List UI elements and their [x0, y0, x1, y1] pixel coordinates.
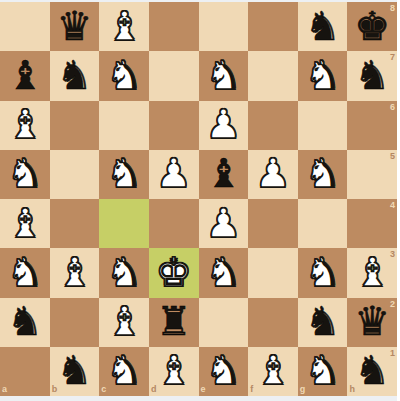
square-c1[interactable]: ♞c [99, 347, 149, 396]
square-c8[interactable]: ♝ [99, 2, 149, 51]
square-e2[interactable] [199, 298, 249, 347]
piece-black-knight[interactable]: ♞ [57, 350, 93, 390]
square-b5[interactable] [50, 150, 100, 199]
piece-black-knight[interactable]: ♞ [57, 55, 93, 95]
square-g6[interactable] [298, 101, 348, 150]
piece-white-knight[interactable]: ♞ [305, 350, 341, 390]
square-a2[interactable]: ♞ [0, 298, 50, 347]
piece-white-knight[interactable]: ♞ [305, 153, 341, 193]
coord-file-d: d [151, 385, 157, 394]
square-e6[interactable]: ♟ [199, 101, 249, 150]
piece-white-knight[interactable]: ♞ [7, 153, 43, 193]
piece-white-king[interactable]: ♚ [156, 252, 192, 292]
coord-rank-5: 5 [390, 152, 395, 161]
coord-file-h: h [349, 385, 355, 394]
chess-board: ♛♝♞♚8♝♞♞♞♞♞7♝♟6♞♞♟♝♟♞5♝♟4♞♝♞♚♞♞♝3♞♝♜♞♛2a… [0, 2, 397, 396]
coord-file-e: e [201, 385, 206, 394]
piece-white-knight[interactable]: ♞ [205, 55, 241, 95]
piece-white-knight[interactable]: ♞ [106, 153, 142, 193]
piece-white-bishop[interactable]: ♝ [57, 252, 93, 292]
square-d3[interactable]: ♚ [149, 248, 199, 297]
square-g8[interactable]: ♞ [298, 2, 348, 51]
square-h5[interactable]: 5 [347, 150, 397, 199]
square-f7[interactable] [248, 51, 298, 100]
piece-white-bishop[interactable]: ♝ [7, 203, 43, 243]
piece-black-knight[interactable]: ♞ [7, 301, 43, 341]
square-g7[interactable]: ♞ [298, 51, 348, 100]
square-b1[interactable]: ♞b [50, 347, 100, 396]
square-a7[interactable]: ♝ [0, 51, 50, 100]
piece-white-knight[interactable]: ♞ [305, 252, 341, 292]
square-g2[interactable]: ♞ [298, 298, 348, 347]
piece-white-bishop[interactable]: ♝ [106, 301, 142, 341]
piece-black-knight[interactable]: ♞ [354, 350, 390, 390]
coord-rank-1: 1 [390, 349, 395, 358]
square-f4[interactable] [248, 199, 298, 248]
square-g5[interactable]: ♞ [298, 150, 348, 199]
square-f5[interactable]: ♟ [248, 150, 298, 199]
square-d2[interactable]: ♜ [149, 298, 199, 347]
square-h4[interactable]: 4 [347, 199, 397, 248]
square-f6[interactable] [248, 101, 298, 150]
square-g3[interactable]: ♞ [298, 248, 348, 297]
square-a6[interactable]: ♝ [0, 101, 50, 150]
square-h7[interactable]: ♞7 [347, 51, 397, 100]
coord-file-b: b [52, 385, 58, 394]
square-h3[interactable]: ♝3 [347, 248, 397, 297]
coord-rank-3: 3 [390, 250, 395, 259]
square-d5[interactable]: ♟ [149, 150, 199, 199]
square-b4[interactable] [50, 199, 100, 248]
square-c5[interactable]: ♞ [99, 150, 149, 199]
square-b6[interactable] [50, 101, 100, 150]
square-f3[interactable] [248, 248, 298, 297]
piece-white-knight[interactable]: ♞ [205, 252, 241, 292]
piece-black-bishop[interactable]: ♝ [7, 55, 43, 95]
coord-file-a: a [2, 385, 7, 394]
square-c4[interactable] [99, 199, 149, 248]
square-a5[interactable]: ♞ [0, 150, 50, 199]
square-e7[interactable]: ♞ [199, 51, 249, 100]
coord-rank-4: 4 [390, 201, 395, 210]
piece-black-queen[interactable]: ♛ [57, 6, 93, 46]
square-e4[interactable]: ♟ [199, 199, 249, 248]
piece-white-pawn[interactable]: ♟ [156, 153, 192, 193]
square-d8[interactable] [149, 2, 199, 51]
piece-white-knight[interactable]: ♞ [205, 350, 241, 390]
square-d6[interactable] [149, 101, 199, 150]
square-c7[interactable]: ♞ [99, 51, 149, 100]
piece-white-bishop[interactable]: ♝ [7, 104, 43, 144]
piece-white-bishop[interactable]: ♝ [106, 6, 142, 46]
piece-black-knight[interactable]: ♞ [305, 6, 341, 46]
piece-white-bishop[interactable]: ♝ [354, 252, 390, 292]
square-e1[interactable]: ♞e [199, 347, 249, 396]
coord-file-g: g [300, 385, 306, 394]
piece-black-queen[interactable]: ♛ [354, 301, 390, 341]
square-g4[interactable] [298, 199, 348, 248]
piece-black-king[interactable]: ♚ [354, 6, 390, 46]
piece-white-knight[interactable]: ♞ [106, 350, 142, 390]
square-b7[interactable]: ♞ [50, 51, 100, 100]
coord-file-f: f [250, 385, 253, 394]
square-d1[interactable]: ♝d [149, 347, 199, 396]
coord-rank-6: 6 [390, 103, 395, 112]
square-c2[interactable]: ♝ [99, 298, 149, 347]
coord-rank-8: 8 [390, 4, 395, 13]
square-b2[interactable] [50, 298, 100, 347]
square-e5[interactable]: ♝ [199, 150, 249, 199]
square-a3[interactable]: ♞ [0, 248, 50, 297]
square-b8[interactable]: ♛ [50, 2, 100, 51]
square-h8[interactable]: ♚8 [347, 2, 397, 51]
square-f2[interactable] [248, 298, 298, 347]
square-g1[interactable]: ♞g [298, 347, 348, 396]
piece-white-bishop[interactable]: ♝ [255, 350, 291, 390]
piece-white-knight[interactable]: ♞ [106, 252, 142, 292]
square-h6[interactable]: 6 [347, 101, 397, 150]
piece-black-rook[interactable]: ♜ [156, 301, 192, 341]
square-f1[interactable]: ♝f [248, 347, 298, 396]
square-e3[interactable]: ♞ [199, 248, 249, 297]
square-a4[interactable]: ♝ [0, 199, 50, 248]
square-h1[interactable]: ♞1h [347, 347, 397, 396]
square-c3[interactable]: ♞ [99, 248, 149, 297]
piece-black-bishop[interactable]: ♝ [205, 153, 241, 193]
piece-white-bishop[interactable]: ♝ [156, 350, 192, 390]
square-c6[interactable] [99, 101, 149, 150]
square-a8[interactable] [0, 2, 50, 51]
square-e8[interactable] [199, 2, 249, 51]
piece-white-pawn[interactable]: ♟ [255, 153, 291, 193]
coord-rank-2: 2 [390, 300, 395, 309]
square-d7[interactable] [149, 51, 199, 100]
square-d4[interactable] [149, 199, 199, 248]
piece-white-pawn[interactable]: ♟ [205, 104, 241, 144]
coord-file-c: c [101, 385, 106, 394]
piece-black-knight[interactable]: ♞ [354, 55, 390, 95]
piece-white-pawn[interactable]: ♟ [205, 203, 241, 243]
piece-white-knight[interactable]: ♞ [7, 252, 43, 292]
piece-white-knight[interactable]: ♞ [106, 55, 142, 95]
square-f8[interactable] [248, 2, 298, 51]
chess-board-frame: ♛♝♞♚8♝♞♞♞♞♞7♝♟6♞♞♟♝♟♞5♝♟4♞♝♞♚♞♞♝3♞♝♜♞♛2a… [0, 0, 400, 401]
square-b3[interactable]: ♝ [50, 248, 100, 297]
coord-rank-7: 7 [390, 53, 395, 62]
piece-black-knight[interactable]: ♞ [305, 301, 341, 341]
piece-white-knight[interactable]: ♞ [305, 55, 341, 95]
square-a1[interactable]: a [0, 347, 50, 396]
square-h2[interactable]: ♛2 [347, 298, 397, 347]
